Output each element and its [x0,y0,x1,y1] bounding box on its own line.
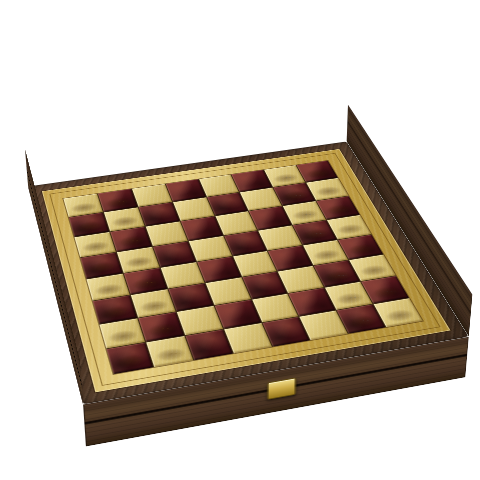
piece-shadow [358,263,391,277]
piece-black-rook[interactable]: ♜ [305,166,331,173]
piece-white-queen[interactable]: ♛ [91,279,128,290]
piece-black-pawn[interactable]: ♟ [274,172,296,178]
piece-white-king[interactable]: ♚ [83,256,122,267]
piece-shadow [334,291,367,306]
piece-black-bishop[interactable]: ♝ [357,261,389,271]
square-a1[interactable]: ♜ [107,343,153,374]
square-c3[interactable] [168,284,213,312]
square-c4[interactable] [205,278,250,306]
piece-black-knight[interactable]: ♞ [314,184,341,192]
piece-black-pawn[interactable]: ♟ [336,290,362,298]
square-b1[interactable]: ♞ [100,319,145,349]
piece-white-bishop[interactable]: ♝ [99,302,132,312]
piece-black-pawn[interactable]: ♟ [348,313,375,321]
square-a7[interactable]: ♟ [337,304,385,333]
square-b7[interactable]: ♟ [325,282,372,310]
piece-shadow [153,346,187,363]
piece-black-bishop[interactable]: ♝ [324,201,354,209]
square-b8[interactable]: ♞ [361,276,409,304]
square-a5[interactable] [262,317,310,347]
square-d4[interactable] [197,256,241,282]
piece-black-pawn[interactable]: ♟ [314,248,339,255]
piece-shadow [346,314,380,330]
square-c7[interactable]: ♟ [314,260,360,287]
chess-board-grid: ♜♟♟♜♞♟♟♞♝♟♟♝♚♟♟♚♛♟♟♛♝♟♟♝♞♟♟♞♜♟♟♜ [63,161,422,374]
piece-black-rook[interactable]: ♜ [383,306,414,315]
piece-shadow [114,353,148,370]
piece-black-knight[interactable]: ♞ [370,283,401,292]
square-b5[interactable] [252,294,299,323]
piece-shadow [370,285,403,300]
piece-white-pawn[interactable]: ♟ [106,196,130,203]
piece-white-rook[interactable]: ♜ [115,351,147,361]
square-a4[interactable] [224,323,272,353]
square-d3[interactable] [160,262,204,289]
piece-black-pawn[interactable]: ♟ [325,269,350,277]
piece-white-pawn[interactable]: ♟ [157,345,184,354]
square-e2[interactable]: ♟ [117,247,159,273]
piece-shadow [138,299,171,314]
square-a6[interactable] [300,311,348,340]
piece-white-knight[interactable]: ♞ [107,326,139,336]
piece-white-pawn[interactable]: ♟ [141,298,167,306]
piece-shadow [145,322,178,338]
piece-black-king[interactable]: ♚ [331,219,368,230]
piece-black-pawn[interactable]: ♟ [303,227,327,234]
piece-shadow [93,282,125,297]
piece-white-bishop[interactable]: ♝ [80,238,111,247]
square-e1[interactable]: ♚ [80,252,122,278]
square-b3[interactable] [177,306,223,335]
piece-black-pawn[interactable]: ♟ [293,208,317,215]
square-c8[interactable]: ♝ [349,255,395,281]
square-b6[interactable] [289,288,336,316]
square-d1[interactable]: ♛ [86,273,129,300]
piece-white-pawn[interactable]: ♟ [133,276,159,284]
square-c1[interactable]: ♝ [93,296,137,325]
square-c6[interactable] [278,266,324,293]
piece-shadow [99,305,131,321]
piece-shadow [383,308,417,324]
piece-shadow [130,276,162,291]
piece-white-pawn[interactable]: ♟ [119,234,144,241]
square-a2[interactable]: ♟ [146,336,193,367]
brass-clasp[interactable] [267,377,296,399]
product-photo: ♜♟♟♜♞♟♟♞♝♟♟♝♚♟♟♚♛♟♟♛♝♟♟♝♞♟♟♞♜♟♟♜ [0,0,480,480]
chess-case: ♜♟♟♜♞♟♟♞♝♟♟♝♚♟♟♚♛♟♟♛♝♟♟♝♞♟♟♞♜♟♟♜ [28,142,469,405]
piece-white-rook[interactable]: ♜ [70,200,98,208]
piece-black-pawn[interactable]: ♟ [283,190,306,197]
scene-3d: ♜♟♟♜♞♟♟♞♝♟♟♝♚♟♟♚♛♟♟♛♝♟♟♝♞♟♟♞♜♟♟♜ [0,0,480,480]
piece-shadow [322,269,355,284]
piece-white-knight[interactable]: ♞ [75,218,104,226]
square-a8[interactable]: ♜ [374,298,423,327]
square-b4[interactable] [214,300,260,329]
square-a3[interactable] [185,330,232,361]
square-b2[interactable]: ♟ [138,312,184,342]
piece-shadow [106,328,139,344]
square-c2[interactable]: ♟ [131,290,176,318]
square-d2[interactable]: ♟ [124,268,167,295]
piece-white-pawn[interactable]: ♟ [148,321,175,330]
piece-black-queen[interactable]: ♛ [344,239,379,249]
piece-white-pawn[interactable]: ♟ [126,255,151,262]
square-c5[interactable] [242,272,287,299]
piece-white-pawn[interactable]: ♟ [113,215,137,222]
